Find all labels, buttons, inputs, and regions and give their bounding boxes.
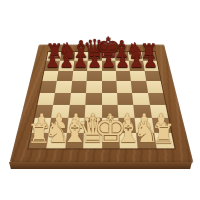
white-rook-h1[interactable]: ♜ — [152, 120, 176, 147]
black-pawn-b7[interactable]: ♟ — [59, 54, 74, 70]
square-h4[interactable] — [148, 93, 166, 105]
square-b4[interactable] — [53, 93, 70, 105]
square-e4[interactable] — [102, 93, 118, 105]
square-d6[interactable] — [87, 71, 102, 82]
square-h6[interactable] — [144, 71, 160, 82]
board-front-edge — [9, 162, 192, 169]
square-b6[interactable] — [57, 71, 73, 82]
square-c6[interactable] — [72, 71, 87, 82]
chess-set-photo: ♜♞♝♛♚♝♞♜♟♟♟♟♟♟♟♟♟♟♟♟♟♟♟♟♜♞♝♛♚♝♞♜ — [0, 0, 200, 200]
square-d4[interactable] — [85, 93, 101, 105]
black-pawn-c7[interactable]: ♟ — [73, 54, 88, 70]
square-f5[interactable] — [116, 81, 132, 92]
square-g6[interactable] — [130, 71, 146, 82]
black-pawn-d7[interactable]: ♟ — [87, 54, 102, 70]
square-f4[interactable] — [117, 93, 134, 105]
square-h5[interactable] — [146, 81, 163, 92]
square-b5[interactable] — [55, 81, 72, 92]
square-d5[interactable] — [86, 81, 101, 92]
square-e6[interactable] — [102, 71, 117, 82]
black-pawn-f7[interactable]: ♟ — [115, 54, 130, 70]
black-pawn-e7[interactable]: ♟ — [101, 54, 116, 70]
black-pawn-g7[interactable]: ♟ — [129, 54, 144, 70]
square-g5[interactable] — [131, 81, 148, 92]
square-c4[interactable] — [69, 93, 86, 105]
square-f6[interactable] — [116, 71, 131, 82]
square-c5[interactable] — [71, 81, 87, 92]
black-pawn-a7[interactable]: ♟ — [45, 54, 60, 70]
square-e5[interactable] — [102, 81, 117, 92]
black-pawn-h7[interactable]: ♟ — [143, 54, 158, 70]
